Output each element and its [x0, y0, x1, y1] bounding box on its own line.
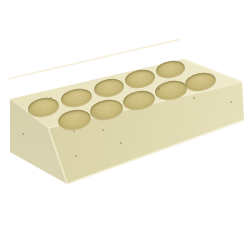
clay-speck: [73, 130, 75, 132]
clay-speck: [102, 129, 104, 131]
board-photo: [0, 0, 250, 240]
clay-speck: [193, 97, 195, 99]
clay-speck: [75, 155, 77, 157]
clay-speck: [50, 97, 52, 99]
clay-speck: [230, 101, 232, 103]
clay-speck: [22, 133, 24, 135]
clay-speck: [158, 88, 160, 90]
clay-speck: [120, 142, 122, 144]
